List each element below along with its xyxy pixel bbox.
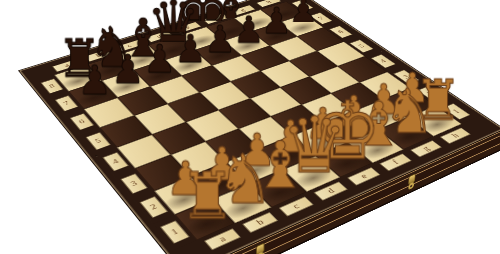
piece-black-pawn-e7: ♟ — [204, 21, 235, 58]
piece-black-pawn-d7: ♟ — [174, 30, 206, 68]
piece-black-pawn-a7: ♟ — [78, 61, 112, 101]
piece-black-pawn-f7: ♟ — [233, 12, 264, 49]
piece-black-pawn-g7: ♟ — [261, 3, 291, 39]
coordinate-plate: d — [314, 181, 348, 200]
piece-black-pawn-h7: ♟ — [288, 0, 318, 30]
chess-board: abcdefgh8♜♞♝♛♚♝♞♜87♟♟♟♟♟♟♟♟7665544332♟♟♟… — [19, 0, 500, 254]
piece-black-pawn-c7: ♟ — [143, 40, 176, 79]
chess-board-3d: abcdefgh8♜♞♝♛♚♝♞♜87♟♟♟♟♟♟♟♟7665544332♟♟♟… — [19, 0, 500, 254]
coordinate-plate: a — [204, 228, 241, 250]
coordinate-plate: f — [379, 153, 411, 171]
coordinate-plate: h — [440, 128, 471, 144]
coordinate-plate: e — [347, 167, 380, 185]
piece-black-pawn-b7: ♟ — [111, 50, 144, 89]
brass-latch-icon — [255, 242, 264, 254]
piece-white-rook-a1: ♜ — [180, 164, 235, 228]
chess-set-photo: abcdefgh8♜♞♝♛♚♝♞♜87♟♟♟♟♟♟♟♟7665544332♟♟♟… — [0, 0, 500, 254]
brass-latch-icon — [407, 173, 416, 191]
